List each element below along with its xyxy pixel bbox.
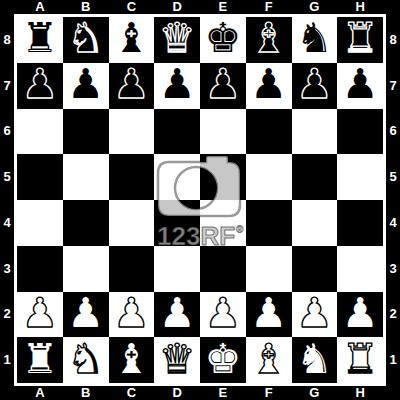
piece-white-knight: ♞ — [296, 339, 333, 380]
square-d7[interactable]: ♟ — [154, 63, 200, 109]
square-f5[interactable] — [246, 154, 292, 200]
square-b5[interactable] — [63, 154, 109, 200]
piece-black-rook: ♜ — [21, 18, 58, 59]
square-a4[interactable] — [17, 200, 63, 246]
piece-white-pawn: ♟ — [67, 293, 104, 334]
square-e5[interactable] — [200, 154, 246, 200]
square-e7[interactable]: ♟ — [200, 63, 246, 109]
rank-label-4: 4 — [386, 200, 400, 246]
square-c6[interactable] — [109, 109, 155, 155]
rank-label-6: 6 — [0, 109, 14, 155]
square-g8[interactable]: ♞ — [292, 17, 338, 63]
rank-label-8: 8 — [0, 17, 14, 63]
file-label-g: G — [292, 0, 338, 14]
square-b2[interactable]: ♟ — [63, 292, 109, 338]
piece-black-king: ♚ — [204, 18, 241, 59]
square-e3[interactable] — [200, 246, 246, 292]
piece-white-pawn: ♟ — [113, 293, 150, 334]
piece-white-rook: ♜ — [342, 339, 379, 380]
square-d3[interactable] — [154, 246, 200, 292]
square-c3[interactable] — [109, 246, 155, 292]
square-g1[interactable]: ♞ — [292, 337, 338, 383]
rank-labels-left: 87654321 — [0, 17, 14, 383]
square-f8[interactable]: ♝ — [246, 17, 292, 63]
square-c2[interactable]: ♟ — [109, 292, 155, 338]
rank-label-2: 2 — [386, 292, 400, 338]
square-g3[interactable] — [292, 246, 338, 292]
square-a7[interactable]: ♟ — [17, 63, 63, 109]
piece-black-knight: ♞ — [67, 18, 104, 59]
square-g4[interactable] — [292, 200, 338, 246]
piece-black-pawn: ♟ — [67, 64, 104, 105]
square-d1[interactable]: ♛ — [154, 337, 200, 383]
file-label-e: E — [200, 0, 246, 14]
piece-white-pawn: ♟ — [21, 293, 58, 334]
square-a2[interactable]: ♟ — [17, 292, 63, 338]
square-e8[interactable]: ♚ — [200, 17, 246, 63]
square-f1[interactable]: ♝ — [246, 337, 292, 383]
piece-black-pawn: ♟ — [113, 64, 150, 105]
chess-diagram: ABCDEFGH ABCDEFGH 87654321 87654321 ♜♞♝♛… — [0, 0, 400, 400]
file-label-e: E — [200, 386, 246, 400]
rank-label-2: 2 — [0, 292, 14, 338]
file-label-a: A — [17, 0, 63, 14]
file-label-h: H — [337, 386, 383, 400]
square-h5[interactable] — [337, 154, 383, 200]
board: ♜♞♝♛♚♝♞♜♟♟♟♟♟♟♟♟♟♟♟♟♟♟♟♟♜♞♝♛♚♝♞♜ — [17, 17, 383, 383]
square-a8[interactable]: ♜ — [17, 17, 63, 63]
file-label-h: H — [337, 0, 383, 14]
square-h8[interactable]: ♜ — [337, 17, 383, 63]
file-label-f: F — [246, 0, 292, 14]
square-b7[interactable]: ♟ — [63, 63, 109, 109]
piece-black-pawn: ♟ — [296, 64, 333, 105]
file-label-b: B — [63, 0, 109, 14]
file-label-d: D — [154, 386, 200, 400]
file-label-a: A — [17, 386, 63, 400]
piece-white-pawn: ♟ — [204, 293, 241, 334]
square-b4[interactable] — [63, 200, 109, 246]
file-label-c: C — [109, 386, 155, 400]
square-b6[interactable] — [63, 109, 109, 155]
file-label-c: C — [109, 0, 155, 14]
board-border: ♜♞♝♛♚♝♞♜♟♟♟♟♟♟♟♟♟♟♟♟♟♟♟♟♜♞♝♛♚♝♞♜ 123RF® — [14, 14, 386, 386]
square-b3[interactable] — [63, 246, 109, 292]
square-f4[interactable] — [246, 200, 292, 246]
square-f2[interactable]: ♟ — [246, 292, 292, 338]
piece-white-queen: ♛ — [159, 339, 196, 380]
square-e4[interactable] — [200, 200, 246, 246]
square-b1[interactable]: ♞ — [63, 337, 109, 383]
rank-label-4: 4 — [0, 200, 14, 246]
square-h1[interactable]: ♜ — [337, 337, 383, 383]
square-a6[interactable] — [17, 109, 63, 155]
rank-label-1: 1 — [0, 337, 14, 383]
piece-white-king: ♚ — [204, 339, 241, 380]
piece-black-pawn: ♟ — [159, 64, 196, 105]
rank-label-6: 6 — [386, 109, 400, 155]
piece-black-knight: ♞ — [296, 18, 333, 59]
piece-white-bishop: ♝ — [250, 339, 287, 380]
square-a5[interactable] — [17, 154, 63, 200]
square-c8[interactable]: ♝ — [109, 17, 155, 63]
square-c1[interactable]: ♝ — [109, 337, 155, 383]
rank-label-5: 5 — [386, 154, 400, 200]
square-d2[interactable]: ♟ — [154, 292, 200, 338]
square-g2[interactable]: ♟ — [292, 292, 338, 338]
rank-label-5: 5 — [0, 154, 14, 200]
piece-black-rook: ♜ — [342, 18, 379, 59]
rank-label-7: 7 — [386, 63, 400, 109]
square-b8[interactable]: ♞ — [63, 17, 109, 63]
square-d5[interactable] — [154, 154, 200, 200]
piece-black-pawn: ♟ — [204, 64, 241, 105]
piece-white-pawn: ♟ — [296, 293, 333, 334]
file-labels-top: ABCDEFGH — [17, 0, 383, 14]
square-e1[interactable]: ♚ — [200, 337, 246, 383]
piece-black-pawn: ♟ — [342, 64, 379, 105]
square-e6[interactable] — [200, 109, 246, 155]
file-label-b: B — [63, 386, 109, 400]
piece-white-rook: ♜ — [21, 339, 58, 380]
file-label-f: F — [246, 386, 292, 400]
rank-label-7: 7 — [0, 63, 14, 109]
piece-black-queen: ♛ — [159, 18, 196, 59]
file-label-g: G — [292, 386, 338, 400]
rank-label-8: 8 — [386, 17, 400, 63]
square-d6[interactable] — [154, 109, 200, 155]
square-a1[interactable]: ♜ — [17, 337, 63, 383]
piece-black-bishop: ♝ — [113, 18, 150, 59]
file-labels-bottom: ABCDEFGH — [17, 386, 383, 400]
square-g7[interactable]: ♟ — [292, 63, 338, 109]
piece-black-pawn: ♟ — [250, 64, 287, 105]
square-f7[interactable]: ♟ — [246, 63, 292, 109]
square-d8[interactable]: ♛ — [154, 17, 200, 63]
square-h4[interactable] — [337, 200, 383, 246]
square-g5[interactable] — [292, 154, 338, 200]
square-d4[interactable] — [154, 200, 200, 246]
square-g6[interactable] — [292, 109, 338, 155]
piece-white-bishop: ♝ — [113, 339, 150, 380]
rank-label-3: 3 — [0, 246, 14, 292]
square-h7[interactable]: ♟ — [337, 63, 383, 109]
square-h2[interactable]: ♟ — [337, 292, 383, 338]
piece-white-pawn: ♟ — [342, 293, 379, 334]
piece-white-pawn: ♟ — [250, 293, 287, 334]
square-c7[interactable]: ♟ — [109, 63, 155, 109]
piece-white-knight: ♞ — [67, 339, 104, 380]
file-label-d: D — [154, 0, 200, 14]
square-c4[interactable] — [109, 200, 155, 246]
square-f6[interactable] — [246, 109, 292, 155]
square-f3[interactable] — [246, 246, 292, 292]
square-h3[interactable] — [337, 246, 383, 292]
square-c5[interactable] — [109, 154, 155, 200]
piece-white-pawn: ♟ — [159, 293, 196, 334]
square-a3[interactable] — [17, 246, 63, 292]
square-h6[interactable] — [337, 109, 383, 155]
rank-labels-right: 87654321 — [386, 17, 400, 383]
piece-black-pawn: ♟ — [21, 64, 58, 105]
rank-label-3: 3 — [386, 246, 400, 292]
rank-label-1: 1 — [386, 337, 400, 383]
piece-black-bishop: ♝ — [250, 18, 287, 59]
square-e2[interactable]: ♟ — [200, 292, 246, 338]
